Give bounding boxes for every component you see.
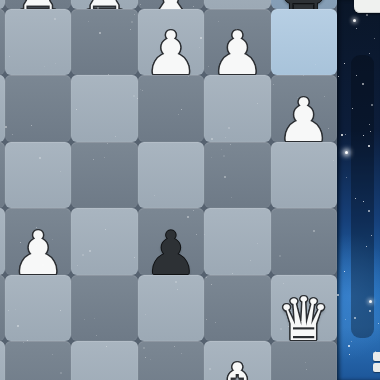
square-h8[interactable]: ♚ <box>271 0 337 9</box>
square-e4[interactable] <box>71 208 137 274</box>
square-d7[interactable] <box>5 9 71 75</box>
dark-panel-strip <box>351 55 374 338</box>
square-e5[interactable] <box>71 142 137 208</box>
space-background-strip <box>337 0 380 380</box>
square-g5[interactable] <box>204 142 270 208</box>
square-e2[interactable] <box>71 341 137 380</box>
chess-board: ♜♜♝♚♟♟♟♟♟♛♝ <box>0 0 337 380</box>
square-h7[interactable] <box>271 9 337 75</box>
square-h5[interactable] <box>271 142 337 208</box>
square-d3[interactable] <box>5 275 71 341</box>
square-g2[interactable]: ♝ <box>204 341 270 380</box>
square-e8[interactable]: ♜ <box>71 0 137 9</box>
chess-app-window: ♜♜♝♚♟♟♟♟♟♛♝ <box>0 0 380 380</box>
square-f5[interactable] <box>138 142 204 208</box>
square-e7[interactable] <box>71 9 137 75</box>
square-g6[interactable] <box>204 75 270 141</box>
piece-white-pawn-g7[interactable]: ♟ <box>204 23 270 83</box>
square-g7[interactable]: ♟ <box>204 9 270 75</box>
square-g4[interactable] <box>204 208 270 274</box>
square-e6[interactable] <box>71 75 137 141</box>
piece-white-bishop-g2[interactable]: ♝ <box>204 355 270 380</box>
square-d8[interactable]: ♜ <box>5 0 71 9</box>
side-panel-fragment-icon <box>373 363 380 372</box>
square-g8[interactable] <box>204 0 270 9</box>
square-d2[interactable] <box>5 341 71 380</box>
square-d4[interactable]: ♟ <box>5 208 71 274</box>
square-h2[interactable] <box>271 341 337 380</box>
square-f3[interactable] <box>138 275 204 341</box>
piece-white-queen-h3[interactable]: ♛ <box>271 289 337 349</box>
piece-white-pawn-h6[interactable]: ♟ <box>271 90 337 150</box>
square-h3[interactable]: ♛ <box>271 275 337 341</box>
side-panel-fragment-icon <box>373 352 380 361</box>
square-d6[interactable] <box>5 75 71 141</box>
square-g3[interactable] <box>204 275 270 341</box>
square-f4[interactable]: ♟ <box>138 208 204 274</box>
piece-white-pawn-f7[interactable]: ♟ <box>138 23 204 83</box>
piece-black-pawn-f4[interactable]: ♟ <box>138 223 204 283</box>
square-h6[interactable]: ♟ <box>271 75 337 141</box>
side-panel-card-fragment-icon <box>354 0 380 13</box>
square-d5[interactable] <box>5 142 71 208</box>
square-f7[interactable]: ♟ <box>138 9 204 75</box>
square-h4[interactable] <box>271 208 337 274</box>
square-f6[interactable] <box>138 75 204 141</box>
square-f8[interactable]: ♝ <box>138 0 204 9</box>
piece-white-pawn-d4[interactable]: ♟ <box>5 223 71 283</box>
square-f2[interactable] <box>138 341 204 380</box>
square-e3[interactable] <box>71 275 137 341</box>
